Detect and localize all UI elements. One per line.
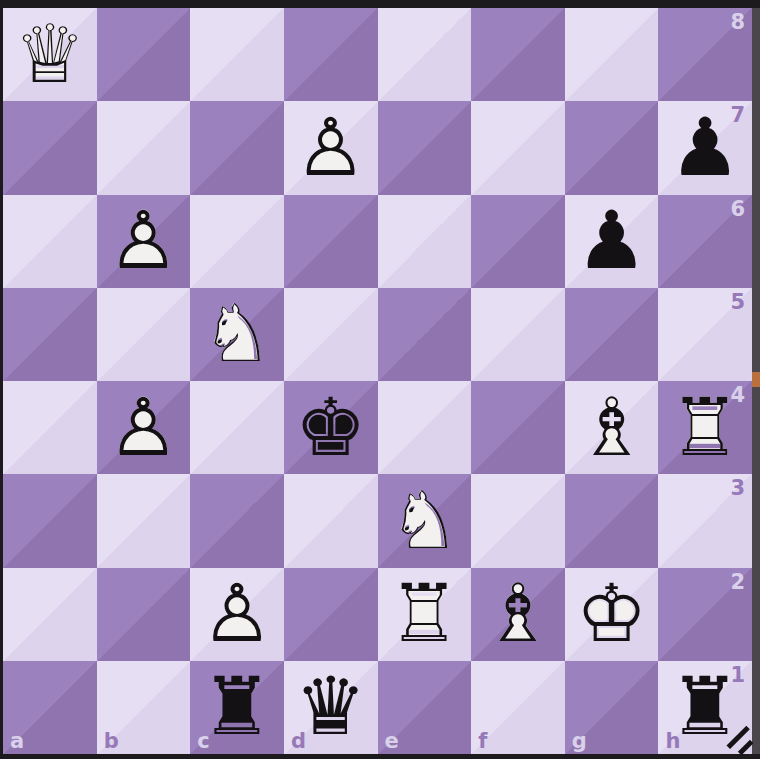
white-rook-outline: ♖	[658, 381, 752, 474]
square-b8[interactable]	[97, 8, 191, 101]
square-d6[interactable]	[284, 195, 378, 288]
piece-black-pawn[interactable]: ♟	[658, 101, 752, 194]
square-g4[interactable]: ♝♗	[565, 381, 659, 474]
square-c1[interactable]: c♜	[190, 661, 284, 754]
square-h3[interactable]: 3	[658, 474, 752, 567]
square-h7[interactable]: 7♟	[658, 101, 752, 194]
piece-black-king[interactable]: ♚	[284, 381, 378, 474]
piece-white-bishop[interactable]: ♝♗	[471, 568, 565, 661]
white-bishop-outline: ♗	[565, 381, 659, 474]
piece-white-queen[interactable]: ♛♕	[3, 8, 97, 101]
square-b6[interactable]: ♟♙	[97, 195, 191, 288]
chess-board: ♛♕8♟♙7♟♟♙♟6♞♘5♟♙♚♝♗4♜♖♞♘3♟♙♜♖♝♗♚♔2abc♜d♛…	[3, 8, 752, 754]
square-c8[interactable]	[190, 8, 284, 101]
square-g7[interactable]	[565, 101, 659, 194]
piece-white-pawn[interactable]: ♟♙	[97, 195, 191, 288]
square-h6[interactable]: 6	[658, 195, 752, 288]
black-rook-body: ♜	[190, 661, 284, 754]
square-c6[interactable]	[190, 195, 284, 288]
square-f7[interactable]	[471, 101, 565, 194]
white-queen-outline: ♕	[3, 8, 97, 101]
square-g5[interactable]	[565, 288, 659, 381]
square-b5[interactable]	[97, 288, 191, 381]
rank-label-2: 2	[730, 572, 745, 593]
square-f8[interactable]	[471, 8, 565, 101]
square-e4[interactable]	[378, 381, 472, 474]
square-b1[interactable]: b	[97, 661, 191, 754]
square-d2[interactable]	[284, 568, 378, 661]
white-pawn-outline: ♙	[97, 195, 191, 288]
square-c3[interactable]	[190, 474, 284, 567]
square-g8[interactable]	[565, 8, 659, 101]
square-a6[interactable]	[3, 195, 97, 288]
square-a1[interactable]: a	[3, 661, 97, 754]
square-c5[interactable]: ♞♘	[190, 288, 284, 381]
square-d7[interactable]: ♟♙	[284, 101, 378, 194]
square-d4[interactable]: ♚	[284, 381, 378, 474]
square-h5[interactable]: 5	[658, 288, 752, 381]
file-label-e: e	[385, 731, 399, 752]
square-e8[interactable]	[378, 8, 472, 101]
square-a5[interactable]	[3, 288, 97, 381]
square-e1[interactable]: e	[378, 661, 472, 754]
square-a2[interactable]	[3, 568, 97, 661]
square-e3[interactable]: ♞♘	[378, 474, 472, 567]
white-king-outline: ♔	[565, 568, 659, 661]
black-pawn-body: ♟	[565, 195, 659, 288]
piece-white-knight[interactable]: ♞♘	[190, 288, 284, 381]
square-d3[interactable]	[284, 474, 378, 567]
resize-line	[738, 739, 753, 754]
square-f6[interactable]	[471, 195, 565, 288]
piece-white-pawn[interactable]: ♟♙	[284, 101, 378, 194]
piece-white-king[interactable]: ♚♔	[565, 568, 659, 661]
square-g6[interactable]: ♟	[565, 195, 659, 288]
white-rook-outline: ♖	[378, 568, 472, 661]
rank-label-5: 5	[730, 292, 745, 313]
piece-black-pawn[interactable]: ♟	[565, 195, 659, 288]
black-pawn-body: ♟	[658, 101, 752, 194]
piece-white-knight[interactable]: ♞♘	[378, 474, 472, 567]
square-b7[interactable]	[97, 101, 191, 194]
white-bishop-outline: ♗	[471, 568, 565, 661]
square-h2[interactable]: 2	[658, 568, 752, 661]
square-d5[interactable]	[284, 288, 378, 381]
rank-label-8: 8	[730, 12, 745, 33]
white-pawn-outline: ♙	[97, 381, 191, 474]
square-e6[interactable]	[378, 195, 472, 288]
square-c2[interactable]: ♟♙	[190, 568, 284, 661]
file-label-f: f	[478, 731, 487, 752]
black-queen-body: ♛	[284, 661, 378, 754]
square-f5[interactable]	[471, 288, 565, 381]
board-frame: ♛♕8♟♙7♟♟♙♟6♞♘5♟♙♚♝♗4♜♖♞♘3♟♙♜♖♝♗♚♔2abc♜d♛…	[0, 0, 760, 759]
piece-white-pawn[interactable]: ♟♙	[97, 381, 191, 474]
square-c7[interactable]	[190, 101, 284, 194]
square-g1[interactable]: g	[565, 661, 659, 754]
black-king-body: ♚	[284, 381, 378, 474]
square-a4[interactable]	[3, 381, 97, 474]
piece-black-queen[interactable]: ♛	[284, 661, 378, 754]
piece-black-rook[interactable]: ♜	[190, 661, 284, 754]
square-e5[interactable]	[378, 288, 472, 381]
white-pawn-outline: ♙	[190, 568, 284, 661]
square-d8[interactable]	[284, 8, 378, 101]
square-a8[interactable]: ♛♕	[3, 8, 97, 101]
square-a7[interactable]	[3, 101, 97, 194]
border-marker	[752, 372, 760, 387]
square-d1[interactable]: d♛	[284, 661, 378, 754]
square-c4[interactable]	[190, 381, 284, 474]
piece-white-rook[interactable]: ♜♖	[658, 381, 752, 474]
white-knight-outline: ♘	[378, 474, 472, 567]
white-pawn-outline: ♙	[284, 101, 378, 194]
file-label-a: a	[10, 731, 24, 752]
resize-handle-icon[interactable]	[722, 723, 754, 753]
square-b3[interactable]	[97, 474, 191, 567]
square-h4[interactable]: 4♜♖	[658, 381, 752, 474]
white-knight-outline: ♘	[190, 288, 284, 381]
piece-white-bishop[interactable]: ♝♗	[565, 381, 659, 474]
square-h8[interactable]: 8	[658, 8, 752, 101]
rank-label-3: 3	[730, 478, 745, 499]
square-b4[interactable]: ♟♙	[97, 381, 191, 474]
square-a3[interactable]	[3, 474, 97, 567]
square-f1[interactable]: f	[471, 661, 565, 754]
square-e2[interactable]: ♜♖	[378, 568, 472, 661]
square-g3[interactable]	[565, 474, 659, 567]
square-e7[interactable]	[378, 101, 472, 194]
file-label-g: g	[572, 731, 587, 752]
rank-label-6: 6	[730, 199, 745, 220]
piece-white-rook[interactable]: ♜♖	[378, 568, 472, 661]
square-f2[interactable]: ♝♗	[471, 568, 565, 661]
piece-white-pawn[interactable]: ♟♙	[190, 568, 284, 661]
square-g2[interactable]: ♚♔	[565, 568, 659, 661]
square-b2[interactable]	[97, 568, 191, 661]
square-f4[interactable]	[471, 381, 565, 474]
file-label-b: b	[104, 731, 119, 752]
square-f3[interactable]	[471, 474, 565, 567]
